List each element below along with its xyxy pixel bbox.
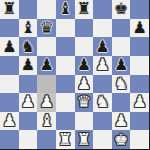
square-g7[interactable]: [112, 19, 131, 38]
black-pawn: ♟: [2, 39, 16, 55]
square-a8[interactable]: ♜: [0, 0, 19, 19]
white-pawn: ♟: [133, 94, 147, 110]
square-g5[interactable]: ♟: [112, 56, 131, 75]
white-bishop: ♝: [39, 113, 53, 129]
square-b6[interactable]: ♞: [19, 37, 38, 56]
square-f2[interactable]: [93, 112, 112, 131]
square-a2[interactable]: ♟: [0, 112, 19, 131]
square-e2[interactable]: [75, 112, 94, 131]
square-g3[interactable]: [112, 93, 131, 112]
square-a4[interactable]: [0, 75, 19, 94]
square-h5[interactable]: [130, 56, 149, 75]
square-e3[interactable]: ♛: [75, 93, 94, 112]
white-pawn: ♟: [21, 94, 35, 110]
square-b7[interactable]: ♝: [19, 19, 38, 38]
square-d8[interactable]: ♝: [56, 0, 75, 19]
white-pawn: ♟: [77, 76, 91, 92]
square-d6[interactable]: [56, 37, 75, 56]
square-c5[interactable]: ♟: [37, 56, 56, 75]
square-a1[interactable]: [0, 130, 19, 149]
square-d1[interactable]: ♜: [56, 130, 75, 149]
white-pawn: ♟: [95, 57, 109, 73]
black-queen: ♛: [39, 20, 53, 36]
square-a5[interactable]: [0, 56, 19, 75]
square-b8[interactable]: [19, 0, 38, 19]
square-b2[interactable]: [19, 112, 38, 131]
square-f8[interactable]: [93, 0, 112, 19]
square-g8[interactable]: ♚: [112, 0, 131, 19]
black-pawn: ♟: [21, 57, 35, 73]
black-pawn: ♟: [133, 20, 147, 36]
square-d4[interactable]: [56, 75, 75, 94]
square-d2[interactable]: [56, 112, 75, 131]
white-king: ♚: [114, 132, 128, 148]
square-f6[interactable]: ♟: [93, 37, 112, 56]
square-f7[interactable]: [93, 19, 112, 38]
black-bishop: ♝: [58, 1, 72, 17]
square-f4[interactable]: [93, 75, 112, 94]
square-h6[interactable]: [130, 37, 149, 56]
white-knight: ♞: [114, 76, 128, 92]
square-h4[interactable]: [130, 75, 149, 94]
white-pawn: ♟: [114, 113, 128, 129]
square-b5[interactable]: ♟: [19, 56, 38, 75]
square-d7[interactable]: [56, 19, 75, 38]
square-d5[interactable]: [56, 56, 75, 75]
square-c3[interactable]: ♟: [37, 93, 56, 112]
black-pawn: ♟: [114, 57, 128, 73]
square-g1[interactable]: ♚: [112, 130, 131, 149]
square-e1[interactable]: ♜: [75, 130, 94, 149]
square-g6[interactable]: [112, 37, 131, 56]
square-e6[interactable]: [75, 37, 94, 56]
square-c1[interactable]: [37, 130, 56, 149]
black-bishop: ♝: [21, 20, 35, 36]
black-knight: ♞: [21, 39, 35, 55]
white-queen: ♛: [77, 94, 91, 110]
square-h2[interactable]: [130, 112, 149, 131]
black-pawn: ♟: [77, 57, 91, 73]
square-e8[interactable]: ♜: [75, 0, 94, 19]
square-e4[interactable]: ♟: [75, 75, 94, 94]
square-c6[interactable]: [37, 37, 56, 56]
square-f1[interactable]: [93, 130, 112, 149]
square-h1[interactable]: [130, 130, 149, 149]
white-pawn: ♟: [39, 94, 53, 110]
square-h8[interactable]: [130, 0, 149, 19]
black-pawn: ♟: [39, 57, 53, 73]
chess-board: ♜♝♜♚♝♛♟♟♞♟♟♟♟♟♟♟♞♟♟♛♞♟♟♝♟♜♜♚: [0, 0, 150, 150]
square-f3[interactable]: ♞: [93, 93, 112, 112]
white-rook: ♜: [58, 132, 72, 148]
square-b4[interactable]: [19, 75, 38, 94]
square-h7[interactable]: ♟: [130, 19, 149, 38]
square-a3[interactable]: [0, 93, 19, 112]
white-rook: ♜: [77, 132, 91, 148]
square-c8[interactable]: [37, 0, 56, 19]
square-e7[interactable]: [75, 19, 94, 38]
black-pawn: ♟: [95, 39, 109, 55]
black-king: ♚: [114, 1, 128, 17]
black-rook: ♜: [77, 1, 91, 17]
square-d3[interactable]: [56, 93, 75, 112]
square-e5[interactable]: ♟: [75, 56, 94, 75]
square-a7[interactable]: [0, 19, 19, 38]
square-c7[interactable]: ♛: [37, 19, 56, 38]
square-c2[interactable]: ♝: [37, 112, 56, 131]
square-g2[interactable]: ♟: [112, 112, 131, 131]
square-b3[interactable]: ♟: [19, 93, 38, 112]
black-rook: ♜: [2, 1, 16, 17]
square-h3[interactable]: ♟: [130, 93, 149, 112]
square-b1[interactable]: [19, 130, 38, 149]
square-g4[interactable]: ♞: [112, 75, 131, 94]
white-knight: ♞: [95, 94, 109, 110]
square-a6[interactable]: ♟: [0, 37, 19, 56]
square-f5[interactable]: ♟: [93, 56, 112, 75]
square-c4[interactable]: [37, 75, 56, 94]
white-pawn: ♟: [2, 113, 16, 129]
